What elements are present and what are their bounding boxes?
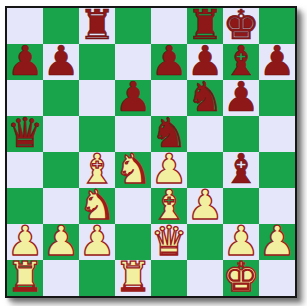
square-g6[interactable]: ♟ [223,80,259,116]
square-b4[interactable] [43,152,79,188]
square-h6[interactable] [259,80,295,116]
square-c8[interactable]: ♜ [79,8,115,44]
chess-board-grid: ♜♜♚♟♟♟♟♝♟♟♞♟♛♞♝♞♟♝♞♝♟♟♟♟♛♟♟♜♜♚ [7,8,295,296]
square-f2[interactable] [187,224,223,260]
piece-dark-pawn-h7[interactable]: ♟ [259,43,296,79]
piece-dark-pawn-a7[interactable]: ♟ [7,43,44,79]
piece-dark-pawn-e7[interactable]: ♟ [151,43,188,79]
square-d6[interactable]: ♟ [115,80,151,116]
piece-dark-rook-c8[interactable]: ♜ [79,7,116,43]
square-h5[interactable] [259,116,295,152]
square-b2[interactable]: ♟ [43,224,79,260]
piece-light-pawn-b2[interactable]: ♟ [43,223,80,259]
square-f3[interactable]: ♟ [187,188,223,224]
square-g4[interactable]: ♝ [223,152,259,188]
piece-dark-pawn-g6[interactable]: ♟ [223,79,260,115]
chess-board-card: ♜♜♚♟♟♟♟♝♟♟♞♟♛♞♝♞♟♝♞♝♟♟♟♟♛♟♟♜♜♚ [5,6,297,298]
square-h1[interactable] [259,260,295,296]
square-d1[interactable]: ♜ [115,260,151,296]
square-c7[interactable] [79,44,115,80]
piece-dark-pawn-b7[interactable]: ♟ [43,43,80,79]
square-e7[interactable]: ♟ [151,44,187,80]
piece-light-queen-e2[interactable]: ♛ [151,223,188,259]
square-b1[interactable] [43,260,79,296]
square-c6[interactable] [79,80,115,116]
piece-light-knight-d4[interactable]: ♞ [115,151,152,187]
square-f6[interactable]: ♞ [187,80,223,116]
chess-app-background: ♜♜♚♟♟♟♟♝♟♟♞♟♛♞♝♞♟♝♞♝♟♟♟♟♛♟♟♜♜♚ [0,0,307,306]
piece-light-pawn-f3[interactable]: ♟ [187,187,224,223]
square-a1[interactable]: ♜ [7,260,43,296]
square-e1[interactable] [151,260,187,296]
piece-dark-pawn-d6[interactable]: ♟ [115,79,152,115]
piece-light-king-g1[interactable]: ♚ [223,259,260,295]
square-d8[interactable] [115,8,151,44]
piece-dark-knight-f6[interactable]: ♞ [187,79,224,115]
square-d3[interactable] [115,188,151,224]
piece-dark-bishop-g4[interactable]: ♝ [223,151,260,187]
square-d4[interactable]: ♞ [115,152,151,188]
square-h4[interactable] [259,152,295,188]
square-c2[interactable]: ♟ [79,224,115,260]
square-e2[interactable]: ♛ [151,224,187,260]
square-b5[interactable] [43,116,79,152]
square-a4[interactable] [7,152,43,188]
square-g1[interactable]: ♚ [223,260,259,296]
square-f1[interactable] [187,260,223,296]
square-h2[interactable]: ♟ [259,224,295,260]
square-a5[interactable]: ♛ [7,116,43,152]
square-a7[interactable]: ♟ [7,44,43,80]
piece-light-rook-a1[interactable]: ♜ [7,259,44,295]
square-h7[interactable]: ♟ [259,44,295,80]
piece-light-pawn-c2[interactable]: ♟ [79,223,116,259]
square-b7[interactable]: ♟ [43,44,79,80]
square-f5[interactable] [187,116,223,152]
square-b6[interactable] [43,80,79,116]
piece-light-pawn-h2[interactable]: ♟ [259,223,296,259]
piece-light-rook-d1[interactable]: ♜ [115,259,152,295]
piece-dark-queen-a5[interactable]: ♛ [7,115,44,151]
square-c1[interactable] [79,260,115,296]
